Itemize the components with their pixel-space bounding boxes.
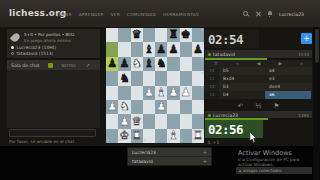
- game-action-buttons: ↶½⚑: [205, 100, 312, 111]
- username-menu[interactable]: Lucrecia23: [279, 12, 304, 17]
- square-h3[interactable]: 3: [192, 100, 204, 114]
- dropdown-label: tatadavid: [132, 159, 153, 164]
- square-c5[interactable]: [131, 71, 143, 85]
- pawn-icon: ♙: [207, 140, 211, 145]
- plus-icon[interactable]: +: [203, 149, 207, 155]
- square-e7[interactable]: ♟: [155, 42, 167, 56]
- clock-black: 02:54: [205, 30, 259, 48]
- black-piece-d7[interactable]: ♝: [143, 42, 155, 56]
- chat-messages: [7, 70, 100, 128]
- give-time-button[interactable]: +: [301, 33, 312, 44]
- plus-icon[interactable]: +: [203, 158, 207, 164]
- menu-item-herramientas[interactable]: Herramientas: [163, 12, 199, 17]
- coord-rank-5: 5: [201, 72, 203, 75]
- square-g7[interactable]: [180, 42, 192, 56]
- square-a8[interactable]: [106, 28, 118, 42]
- square-h4[interactable]: 4: [192, 86, 204, 100]
- square-g6[interactable]: [180, 57, 192, 71]
- square-h6[interactable]: 6: [192, 57, 204, 71]
- coord-rank-1: 1: [201, 129, 203, 132]
- square-e4[interactable]: ♝: [155, 86, 167, 100]
- dropdown-label: Lucrecia23: [132, 150, 156, 155]
- black-piece-a6[interactable]: ♟: [106, 57, 118, 71]
- black-piece-b5[interactable]: ♞: [118, 71, 130, 85]
- white-color-icon: [11, 46, 14, 49]
- move-white-14[interactable]: b4: [219, 91, 265, 99]
- black-piece-d6[interactable]: ♝: [143, 57, 155, 71]
- square-c3[interactable]: [131, 100, 143, 114]
- square-b7[interactable]: [118, 42, 130, 56]
- chat-toggle[interactable]: [48, 63, 53, 68]
- square-d6[interactable]: ♝: [143, 57, 155, 71]
- square-b1[interactable]: ♚b: [118, 129, 130, 143]
- square-d8[interactable]: [143, 28, 155, 42]
- square-b6[interactable]: ♟: [118, 57, 130, 71]
- black-piece-b6[interactable]: ♟: [118, 57, 130, 71]
- square-g3[interactable]: [180, 100, 192, 114]
- dropdown-item-lucrecia23[interactable]: Lucrecia23+: [128, 148, 211, 156]
- move-white-11[interactable]: b5: [219, 67, 265, 75]
- square-c7[interactable]: [131, 42, 143, 56]
- autocomplete-dropdown: Lucrecia23+tatadavid+: [127, 147, 212, 166]
- square-a6[interactable]: ♟: [106, 57, 118, 71]
- square-a1[interactable]: a: [106, 129, 118, 143]
- black-player-label: tatadavid (1513): [16, 51, 53, 56]
- square-a4[interactable]: [106, 86, 118, 100]
- black-player-name: tatadavid: [213, 52, 298, 57]
- square-f6[interactable]: [167, 57, 179, 71]
- square-b5[interactable]: ♞: [118, 71, 130, 85]
- next-move-icon[interactable]: ▶: [278, 61, 282, 66]
- white-piece-a3[interactable]: ♟: [106, 100, 118, 114]
- square-f1[interactable]: ♝f: [167, 129, 179, 143]
- chat-nice-note: Por favor, sé amable en el chat.: [9, 139, 76, 144]
- square-d7[interactable]: ♝: [143, 42, 155, 56]
- square-d4[interactable]: ♟: [143, 86, 155, 100]
- square-g4[interactable]: ♟: [180, 86, 192, 100]
- online-dot: [208, 53, 211, 56]
- square-g5[interactable]: [180, 71, 192, 85]
- prev-move-icon[interactable]: ◀: [257, 61, 261, 66]
- move-black-11[interactable]: a4: [265, 67, 311, 75]
- menu-item-aprender[interactable]: Aprender: [79, 12, 104, 17]
- black-player-bar[interactable]: tatadavid 1513: [205, 50, 312, 58]
- material-advantage: ♙ +1: [207, 140, 219, 145]
- square-a2[interactable]: [106, 114, 118, 128]
- black-piece-f7[interactable]: ♟: [167, 42, 179, 56]
- windows-watermark-subtitle: Ir a Configuración de PC para activar Wi…: [238, 158, 314, 167]
- notifications-icon[interactable]: [267, 11, 273, 17]
- white-piece-c2[interactable]: ♛: [131, 114, 143, 128]
- white-piece-b3[interactable]: ♞: [118, 100, 130, 114]
- move-black-12[interactable]: e3: [265, 75, 311, 83]
- search-icon[interactable]: [243, 11, 249, 17]
- blitz-icon: [10, 32, 21, 43]
- square-c4[interactable]: [131, 86, 143, 100]
- square-h8[interactable]: 8: [192, 28, 204, 42]
- draw-icon[interactable]: ½: [255, 102, 261, 110]
- white-piece-c6[interactable]: ♞: [131, 57, 143, 71]
- black-player-row[interactable]: tatadavid (1513): [11, 51, 53, 56]
- move-nav-bar: ≡«◀▶»: [205, 60, 312, 67]
- white-piece-g4[interactable]: ♟: [180, 86, 192, 100]
- square-e3[interactable]: ♟: [155, 100, 167, 114]
- game-info-box: 5+0 • Por puntos • Blitz En juego ahora …: [7, 29, 100, 58]
- black-piece-g8[interactable]: ♚: [180, 28, 192, 42]
- move-row-11: 11b5a4: [205, 67, 312, 75]
- white-piece-b2[interactable]: ♟: [118, 114, 130, 128]
- coord-file-d: d: [144, 139, 146, 142]
- move-row-13: 13b3dxe4: [205, 83, 312, 91]
- square-b2[interactable]: ♟: [118, 114, 130, 128]
- black-player-rating: 1513: [298, 52, 309, 57]
- white-piece-e4[interactable]: ♝: [155, 86, 167, 100]
- white-piece-d4[interactable]: ♟: [143, 86, 155, 100]
- coord-rank-7: 7: [201, 43, 203, 46]
- header-icons: Lucrecia23: [243, 11, 304, 17]
- square-c2[interactable]: ♛: [131, 114, 143, 128]
- last-move-icon[interactable]: »: [300, 61, 303, 66]
- tab-notes[interactable]: Notas: [62, 63, 76, 68]
- square-g8[interactable]: ♚: [180, 28, 192, 42]
- square-e6[interactable]: ♞: [155, 57, 167, 71]
- black-piece-e6[interactable]: ♞: [155, 57, 167, 71]
- coord-file-b: b: [119, 139, 121, 142]
- square-f8[interactable]: ♜: [167, 28, 179, 42]
- square-d3[interactable]: [143, 100, 155, 114]
- first-move-icon[interactable]: «: [236, 61, 239, 66]
- menu-item-jugar[interactable]: Jugar: [57, 12, 72, 17]
- move-number: 11: [205, 67, 219, 75]
- square-b8[interactable]: [118, 28, 130, 42]
- coord-rank-3: 3: [201, 101, 203, 104]
- resign-icon[interactable]: ⚑: [273, 102, 279, 110]
- square-f7[interactable]: ♟: [167, 42, 179, 56]
- square-a7[interactable]: [106, 42, 118, 56]
- coord-file-g: g: [181, 139, 183, 142]
- game-meta: 5+0 • Por puntos • Blitz: [24, 32, 74, 37]
- main-menu: JugarAprenderVerComunidadHerramientas: [57, 12, 199, 17]
- white-player-label: Lucrecia23 (1494): [16, 45, 56, 50]
- menu-icon[interactable]: ≡: [214, 61, 218, 66]
- square-a3[interactable]: ♟: [106, 100, 118, 114]
- coord-file-h: h: [193, 139, 195, 142]
- collapse-arrow-icon: ▴: [239, 168, 241, 173]
- challenge-icon[interactable]: [255, 11, 261, 17]
- coord-rank-2: 2: [201, 115, 203, 118]
- coord-file-c: c: [132, 139, 134, 142]
- mouse-cursor: [250, 132, 258, 143]
- top-nav-bar: lichess.org JugarAprenderVerComunidadHer…: [0, 0, 320, 27]
- menu-item-comunidad[interactable]: Comunidad: [127, 12, 156, 17]
- square-h1[interactable]: ♜1h: [192, 129, 204, 143]
- friends-online-bar[interactable]: ▴ amigos conectados: [236, 167, 312, 174]
- move-row-12: 12Bxd4e3: [205, 75, 312, 83]
- square-a5[interactable]: [106, 71, 118, 85]
- move-black-13[interactable]: dxe4: [265, 83, 311, 91]
- square-c1[interactable]: ♜c: [131, 129, 143, 143]
- square-f4[interactable]: ♟: [167, 86, 179, 100]
- black-piece-f8[interactable]: ♜: [167, 28, 179, 42]
- chat-title: Sala de chat: [11, 63, 40, 68]
- square-d2[interactable]: [143, 114, 155, 128]
- coord-rank-8: 8: [201, 29, 203, 32]
- black-color-icon: [11, 52, 14, 55]
- square-e8[interactable]: [155, 28, 167, 42]
- white-player-row[interactable]: Lucrecia23 (1494): [11, 45, 56, 50]
- square-c6[interactable]: ♞: [131, 57, 143, 71]
- coord-file-f: f: [168, 139, 169, 142]
- square-h7[interactable]: ♟7: [192, 42, 204, 56]
- square-b3[interactable]: ♞: [118, 100, 130, 114]
- white-piece-e3[interactable]: ♟: [155, 100, 167, 114]
- white-player-rating: 1494: [298, 113, 309, 118]
- online-dot: [208, 114, 211, 117]
- square-b4[interactable]: [118, 86, 130, 100]
- square-f5[interactable]: [167, 71, 179, 85]
- scrollbar-thumb[interactable]: [315, 29, 319, 63]
- square-e5[interactable]: [155, 71, 167, 85]
- black-piece-c8[interactable]: ♛: [131, 28, 143, 42]
- coord-file-e: e: [156, 139, 158, 142]
- chat-expand-icon[interactable]: ↗: [86, 62, 90, 68]
- lichess-game-page: lichess.org JugarAprenderVerComunidadHer…: [0, 0, 320, 180]
- coord-rank-6: 6: [201, 57, 203, 60]
- square-g2[interactable]: [180, 114, 192, 128]
- coord-rank-4: 4: [201, 86, 203, 89]
- square-d1[interactable]: d: [143, 129, 155, 143]
- square-d5[interactable]: [143, 71, 155, 85]
- game-status: En juego ahora mismo: [24, 38, 71, 43]
- square-e2[interactable]: [155, 114, 167, 128]
- white-piece-f4[interactable]: ♟: [167, 86, 179, 100]
- move-number: 13: [205, 83, 219, 91]
- windows-watermark-title: Activar Windows: [238, 149, 292, 157]
- chat-header: Sala de chat Notas ↗: [7, 60, 100, 70]
- move-white-12[interactable]: Bxd4: [219, 75, 265, 83]
- white-player-name: Lucrecia23: [213, 113, 298, 118]
- move-number: 12: [205, 75, 219, 83]
- move-row-14: 14b4a6: [205, 91, 312, 99]
- menu-item-ver[interactable]: Ver: [111, 12, 120, 17]
- square-h2[interactable]: 2: [192, 114, 204, 128]
- chess-board: ♛♜♚8♝♟♟♟7♟♟♞♝♞6♞5♟♝♟♟4♟♞♟3♟♛2a♚b♜cde♝fg♜…: [106, 28, 204, 143]
- square-g1[interactable]: g: [180, 129, 192, 143]
- takeback-icon[interactable]: ↶: [238, 102, 243, 110]
- square-e1[interactable]: e: [155, 129, 167, 143]
- square-f3[interactable]: [167, 100, 179, 114]
- chat-input[interactable]: [9, 129, 96, 137]
- move-list: 11b5a412Bxd4e313b3dxe414b4a6: [205, 67, 312, 99]
- move-number: 14: [205, 91, 219, 99]
- square-h5[interactable]: 5: [192, 71, 204, 85]
- move-white-13[interactable]: b3: [219, 83, 265, 91]
- dropdown-item-tatadavid[interactable]: tatadavid+: [128, 156, 211, 165]
- move-black-14[interactable]: a6: [265, 91, 311, 99]
- black-piece-e7[interactable]: ♟: [155, 42, 167, 56]
- square-f2[interactable]: [167, 114, 179, 128]
- square-c8[interactable]: ♛: [131, 28, 143, 42]
- coord-file-a: a: [107, 139, 109, 142]
